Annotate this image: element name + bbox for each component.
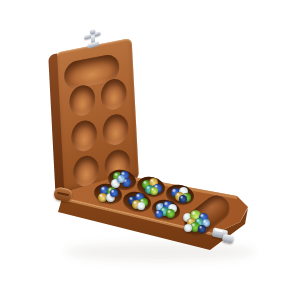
mancala-product-photo[interactable] (0, 0, 300, 300)
marble-navy (179, 195, 187, 203)
marble-blue (155, 210, 163, 218)
pit-back-3 (71, 118, 98, 153)
pit-back-4 (102, 112, 129, 147)
latch-hook (222, 234, 234, 244)
marble-navy (198, 225, 206, 233)
marble-blue (110, 189, 118, 197)
marble-white (137, 202, 145, 210)
hinge-pin (57, 192, 69, 196)
marble-white (184, 224, 192, 232)
marble-green (166, 209, 175, 218)
marble-lime (150, 187, 158, 195)
marble-lightblue (117, 175, 125, 183)
clasp-base (87, 41, 99, 49)
board-side-edge (48, 53, 64, 194)
drop-shadow (65, 243, 255, 261)
